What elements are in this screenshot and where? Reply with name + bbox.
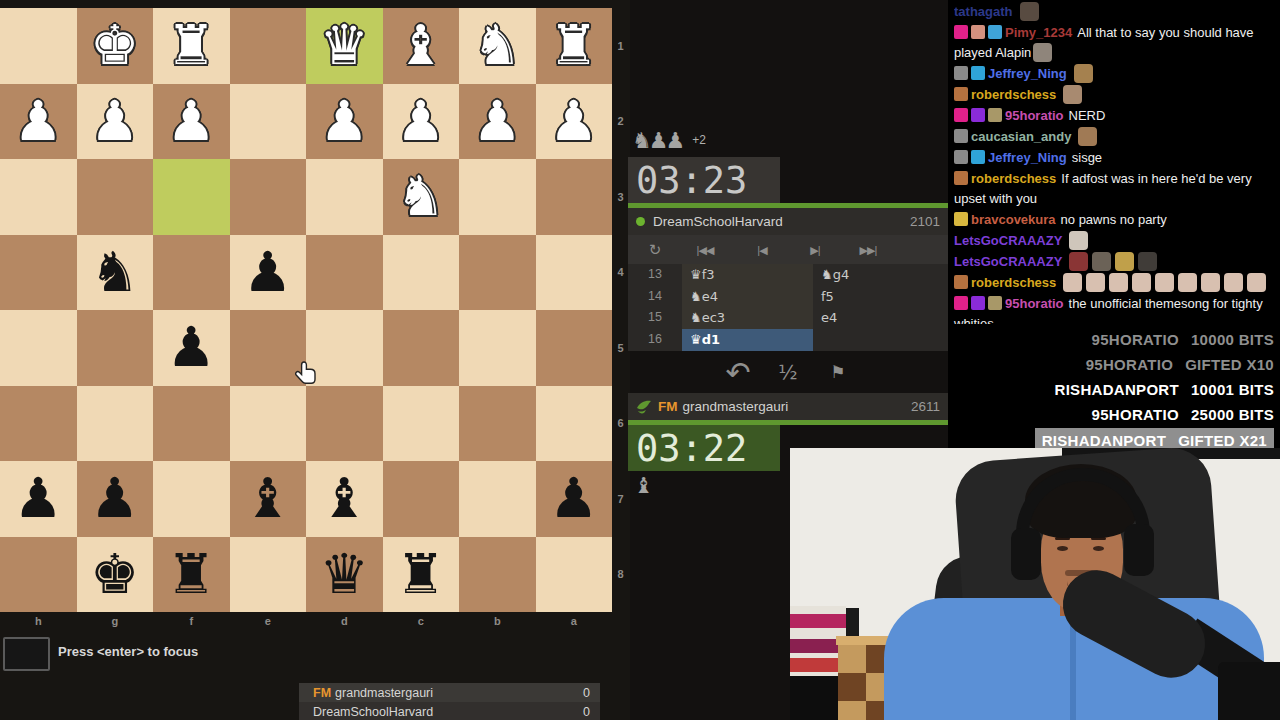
score-row: DreamSchoolHarvard0 [299,702,600,720]
black-player-rating: 2611 [911,399,940,414]
person-badge [954,150,968,164]
square-a2[interactable]: ♟ [536,84,613,160]
black-player-row[interactable]: FM grandmastergauri 2611 [628,393,948,420]
file-label-b: b [459,612,536,630]
bits-event: 95HORATIOGIFTED X10 [1035,353,1274,377]
score-player-name: DreamSchoolHarvard [313,705,433,719]
rank-label-5: 5 [613,310,628,386]
black-pawn: ♟ [230,235,307,309]
headphone-cup-right [1124,524,1154,576]
bits-user: RISHADANPORT [1055,381,1179,398]
rank-label-7: 7 [613,461,628,537]
underwear-emote [1155,273,1174,292]
black-pawn: ♟ [0,461,77,535]
chat-username[interactable]: roberdschess [971,171,1056,186]
square-d7[interactable]: ♝ [306,461,383,537]
mustache-emote [1078,127,1097,146]
dark-cat-emote [1138,252,1157,271]
bits-user: RISHADANPORT [1042,432,1166,449]
white-pawn: ♟ [536,84,613,158]
square-c8[interactable]: ♜ [383,537,460,613]
black-pawn: ♟ [77,461,154,535]
bits-user: 95HORATIO [1086,356,1173,373]
takeback-icon[interactable]: ↶ [725,355,750,390]
black-knight: ♞ [77,235,154,309]
square-d5[interactable] [306,310,383,386]
white-knight: ♞ [383,159,460,233]
chat-message: roberdschess [954,85,1274,105]
sub-badge [971,25,985,39]
square-g4[interactable]: ♞ [77,235,154,311]
person-badge [954,212,968,226]
chat-message: caucasian_andy [954,127,1274,147]
square-h5[interactable] [0,310,77,386]
square-g8[interactable]: ♚ [77,537,154,613]
bits-event: 95HORATIO25000 BITS [1035,403,1274,427]
prev-move-icon[interactable]: |◀ [757,243,766,256]
square-c5[interactable] [383,310,460,386]
chat-message: LetsGoCRAAAZY [954,231,1274,251]
file-label-g: g [77,612,154,630]
square-a8[interactable] [536,537,613,613]
move-white-f3[interactable]: ♛f3 [682,264,813,286]
white-player-name[interactable]: DreamSchoolHarvard [653,214,783,229]
game-action-buttons: ↶½⚑ [628,351,948,393]
white-clock: 03:23 [628,157,780,203]
black-king: ♚ [77,537,154,611]
square-g6[interactable] [77,386,154,462]
move-number: 13 [628,264,682,286]
bits-event: 95HORATIO10000 BITS [1035,328,1274,352]
stream-screen: { "game": "chess", "site": "lichess", "p… [0,0,1280,720]
square-b6[interactable] [459,386,536,462]
white-player-rating: 2101 [910,214,940,229]
score-overlay: FMgrandmastergauri0DreamSchoolHarvard0 [299,683,600,720]
square-a6[interactable] [536,386,613,462]
white-rook: ♜ [536,8,613,82]
chat-message: roberdschess [954,273,1274,293]
chat-username[interactable]: tathagath [954,4,1013,19]
square-f3[interactable] [153,159,230,235]
chat-input-hint: Press <enter> to focus [58,644,198,659]
black-queen: ♛ [306,537,383,611]
white-queen: ♛ [306,8,383,82]
square-e7[interactable]: ♝ [230,461,307,537]
first-badge [971,296,985,310]
chat-username[interactable]: LetsGoCRAAAZY [954,254,1062,269]
chat-username[interactable]: LetsGoCRAAAZY [954,233,1062,248]
square-a5[interactable] [536,310,613,386]
square-h2[interactable]: ♟ [0,84,77,160]
captured-icons-black: ♝ [634,473,651,498]
underwear-emote [1109,273,1128,292]
file-label-c: c [383,612,460,630]
cat-emote [1069,231,1088,250]
square-g5[interactable] [77,310,154,386]
bits-amount: 25000 BITS [1191,406,1274,423]
white-knight: ♞ [459,8,536,82]
last-move-icon[interactable]: ▶▶| [860,243,877,256]
square-b3[interactable] [459,159,536,235]
gold-face-emote [1115,252,1134,271]
square-d8[interactable]: ♛ [306,537,383,613]
stream-chat-input[interactable] [3,637,50,671]
square-c7[interactable] [383,461,460,537]
square-h4[interactable] [0,235,77,311]
square-a1[interactable]: ♜ [536,8,613,84]
black-rook: ♜ [153,537,230,611]
score-row: FMgrandmastergauri0 [299,683,600,702]
chat-message: tathagath [954,2,1274,22]
black-bishop: ♝ [230,461,307,535]
square-f8[interactable]: ♜ [153,537,230,613]
square-b2[interactable]: ♟ [459,84,536,160]
rank-label-6: 6 [613,386,628,462]
square-e2[interactable] [230,84,307,160]
black-player-name[interactable]: grandmastergauri [683,399,789,414]
chat-message: Jeffrey_Ningsisge [954,148,1274,168]
bits-amount: 10001 BITS [1191,381,1274,398]
file-labels: hgfedcba [0,612,612,630]
candle-emote [1069,252,1088,271]
chat-message: Pimy_1234All that to say you should have… [954,23,1274,63]
patron-wing-icon [636,399,652,415]
chat-username[interactable]: caucasian_andy [971,129,1071,144]
square-d1[interactable]: ♛ [306,8,383,84]
black-rook: ♜ [383,537,460,611]
move-black-f5[interactable]: f5 [813,286,948,308]
person-badge [954,129,968,143]
chat-message: Jeffrey_Ning [954,64,1274,84]
square-h1[interactable] [0,8,77,84]
white-pawn: ♟ [0,84,77,158]
chat-username[interactable]: roberdschess [971,275,1056,290]
square-c6[interactable] [383,386,460,462]
gift-badge [954,108,968,122]
monkey-emote [1020,2,1039,21]
move-white-e4[interactable]: ♞e4 [682,286,813,308]
mouse-hand-cursor [295,360,317,388]
chat-message: LetsGoCRAAAZY [954,252,1274,272]
bits-amount: GIFTED X10 [1185,356,1274,373]
chat-username[interactable]: Jeffrey_Ning [988,66,1067,81]
move-black-e4[interactable]: e4 [813,307,948,329]
white-pawn: ♟ [383,84,460,158]
rank-labels: 12345678 [613,8,628,612]
player-title: FM [658,399,678,414]
webcam-video [790,448,1280,720]
rank-label-1: 1 [613,8,628,84]
square-h6[interactable] [0,386,77,462]
score-player-name: grandmastergauri [335,686,433,700]
picture-badge [971,66,985,80]
square-f7[interactable] [153,461,230,537]
square-h8[interactable] [0,537,77,613]
first-badge [971,108,985,122]
underwear-emote [1063,273,1082,292]
square-a3[interactable] [536,159,613,235]
glasses-badge [988,108,1002,122]
square-f1[interactable]: ♜ [153,8,230,84]
square-e4[interactable]: ♟ [230,235,307,311]
move-grid: 13♛f3♞g414♞e4f515♞ec3e416♛d1 [628,264,948,351]
face-emote [1063,85,1082,104]
square-g1[interactable]: ♚ [77,8,154,84]
file-label-h: h [0,612,77,630]
person-badge [954,66,968,80]
square-d3[interactable] [306,159,383,235]
resign-icon[interactable]: ⚑ [830,362,845,382]
chessboard-emote [1074,64,1093,83]
rank-label-3: 3 [613,159,628,235]
person-badge [954,275,968,289]
chat-message-list: tathagathPimy_1234All that to say you sh… [948,0,1280,324]
chat-text: NERD [1069,108,1106,123]
chat-username[interactable]: Pimy_1234 [1005,25,1072,40]
gift-badge [954,25,968,39]
chat-username[interactable]: 95horatio [1005,296,1064,311]
black-bishop: ♝ [306,461,383,535]
white-bishop: ♝ [383,8,460,82]
square-e8[interactable] [230,537,307,613]
square-h3[interactable] [0,159,77,235]
square-e1[interactable] [230,8,307,84]
cycle-icon[interactable]: ↻ [649,241,662,259]
chat-message: bravcovekurano pawns no party [954,210,1274,230]
person-badge [954,171,968,185]
board-region: ♚♜♛♝♞♜♟♟♟♟♟♟♟♞♞♟♟♟♟♝♝♟♚♜♛♜ 12345678 hgfe… [0,0,630,720]
bits-amount: 10000 BITS [1191,331,1274,348]
move-empty [813,329,948,351]
square-f6[interactable] [153,386,230,462]
draw-offer-icon[interactable]: ½ [778,360,797,384]
square-d6[interactable] [306,386,383,462]
file-label-a: a [536,612,613,630]
square-g2[interactable]: ♟ [77,84,154,160]
square-b1[interactable]: ♞ [459,8,536,84]
square-c3[interactable]: ♞ [383,159,460,235]
chat-message: roberdschessIf adfost was in here he'd b… [954,169,1274,209]
bits-leaderboard: 95HORATIO10000 BITS95HORATIOGIFTED X10RI… [1035,328,1274,456]
square-e6[interactable] [230,386,307,462]
chat-message: 95horatiothe unofficial themesong for ti… [954,294,1274,324]
headphone-cup-left [1011,528,1041,580]
square-c4[interactable] [383,235,460,311]
square-d2[interactable]: ♟ [306,84,383,160]
square-f5[interactable]: ♟ [153,310,230,386]
bits-user: 95HORATIO [1092,331,1179,348]
chat-text: sisge [1072,150,1102,165]
move-black-g4[interactable]: ♞g4 [813,264,948,286]
turbo-badge [988,25,1002,39]
desk-equipment [1218,662,1280,720]
score-value: 0 [583,705,600,719]
black-clock-active: 03:22 [628,425,780,471]
captured-icons-white: ♞♟♟ [632,128,682,153]
square-b7[interactable] [459,461,536,537]
chat-text: no pawns no party [1061,212,1167,227]
underwear-emote [1201,273,1220,292]
cat-emote [1092,252,1111,271]
first-move-icon[interactable]: |◀◀ [697,243,714,256]
chat-username[interactable]: roberdschess [971,87,1056,102]
square-b5[interactable] [459,310,536,386]
underwear-emote [1224,273,1243,292]
square-f4[interactable] [153,235,230,311]
white-pawn: ♟ [153,84,230,158]
underwear-emote [1132,273,1151,292]
chat-username[interactable]: Jeffrey_Ning [988,150,1067,165]
score-value: 0 [583,686,600,700]
square-c1[interactable]: ♝ [383,8,460,84]
underwear-emote [1086,273,1105,292]
move-number: 16 [628,329,682,351]
square-f2[interactable]: ♟ [153,84,230,160]
file-label-f: f [153,612,230,630]
white-player-row[interactable]: DreamSchoolHarvard 2101 [628,208,948,235]
black-captured-pieces: ♝ [634,472,657,498]
picture-badge [971,150,985,164]
square-b8[interactable] [459,537,536,613]
white-pawn: ♟ [77,84,154,158]
chat-username[interactable]: 95horatio [1005,108,1064,123]
square-h7[interactable]: ♟ [0,461,77,537]
chat-username[interactable]: bravcovekura [971,212,1056,227]
black-pawn: ♟ [153,310,230,384]
square-d4[interactable] [306,235,383,311]
bits-user: 95HORATIO [1092,406,1179,423]
score-player-title: FM [313,686,331,700]
rank-label-2: 2 [613,84,628,160]
move-white-ec3[interactable]: ♞ec3 [682,307,813,329]
white-pawn: ♟ [306,84,383,158]
square-g3[interactable] [77,159,154,235]
online-dot-icon [636,217,645,226]
rank-label-4: 4 [613,235,628,311]
square-a4[interactable] [536,235,613,311]
black-pawn: ♟ [536,461,613,535]
move-white-d1[interactable]: ♛d1 [682,329,813,351]
square-b4[interactable] [459,235,536,311]
file-label-e: e [230,612,307,630]
move-number: 15 [628,307,682,329]
move-nav-bar: ↻|◀◀|◀▶|▶▶| [628,235,948,264]
person-badge [954,87,968,101]
next-move-icon[interactable]: ▶| [810,243,819,256]
underwear-emote [1247,273,1266,292]
rank-label-8: 8 [613,537,628,613]
pensive-emote [1033,43,1052,62]
chat-message: 95horatioNERD [954,106,1274,126]
white-rook: ♜ [153,8,230,82]
square-g7[interactable]: ♟ [77,461,154,537]
bits-event: RISHADANPORT10001 BITS [1035,378,1274,402]
underwear-emote [1178,273,1197,292]
white-captured-pieces: ♞♟♟ +2 [632,127,706,153]
move-number: 14 [628,286,682,308]
move-list: 13♛f3♞g414♞e4f515♞ec3e416♛d1 [628,264,948,351]
file-label-d: d [306,612,383,630]
white-king: ♚ [77,8,154,82]
glasses-badge [988,296,1002,310]
chess-board[interactable]: ♚♜♛♝♞♜♟♟♟♟♟♟♟♞♞♟♟♟♟♝♝♟♚♜♛♜ [0,8,612,612]
white-pawn: ♟ [459,84,536,158]
square-e3[interactable] [230,159,307,235]
square-c2[interactable]: ♟ [383,84,460,160]
bits-amount: GIFTED X21 [1178,432,1267,449]
gift-badge [954,296,968,310]
material-advantage: +2 [692,133,706,147]
square-a7[interactable]: ♟ [536,461,613,537]
